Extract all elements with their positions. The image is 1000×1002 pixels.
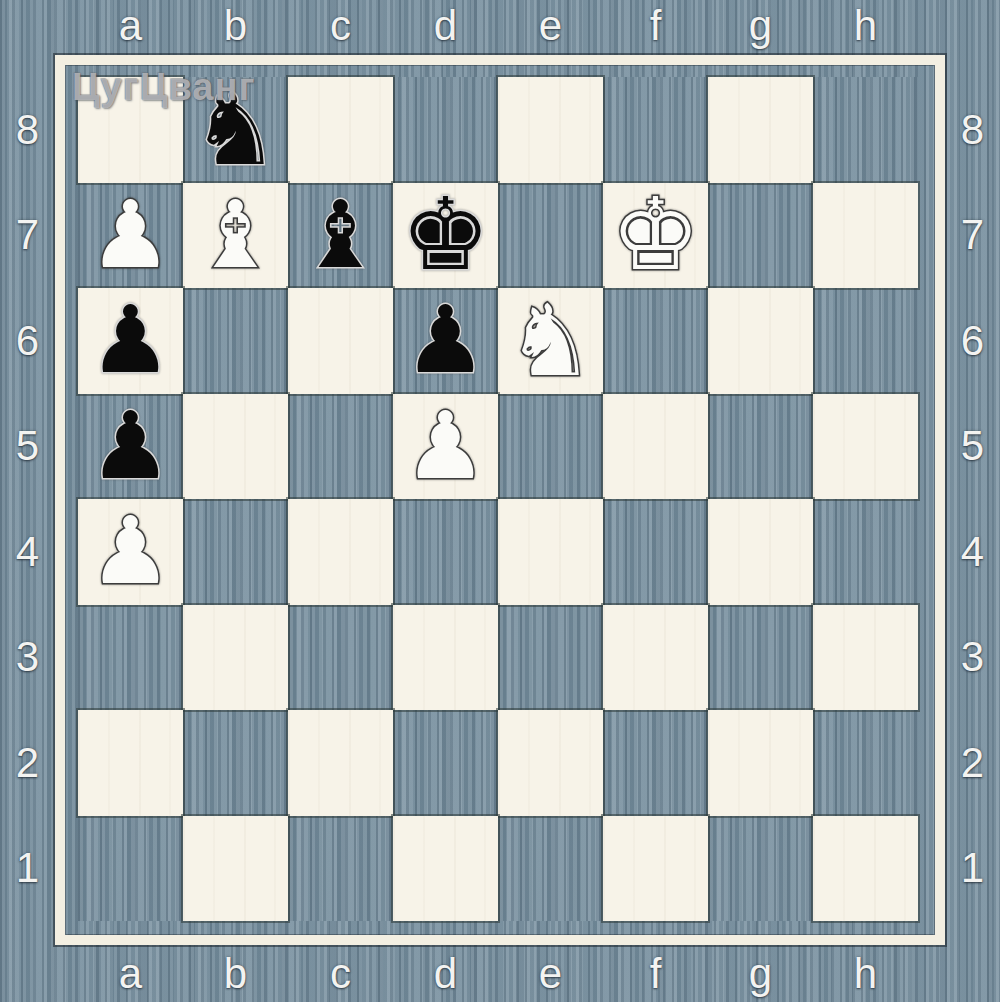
piece-black-pawn: ♟ bbox=[404, 294, 487, 387]
square-f4[interactable] bbox=[603, 499, 708, 605]
square-e8[interactable] bbox=[498, 77, 603, 183]
square-g2[interactable] bbox=[708, 710, 813, 816]
square-c6[interactable] bbox=[288, 288, 393, 394]
square-d3[interactable] bbox=[393, 605, 498, 711]
rank-label-right-5: 5 bbox=[945, 394, 1000, 500]
watermark-text: ЦугЦванг bbox=[72, 66, 255, 109]
square-d4[interactable] bbox=[393, 499, 498, 605]
rank-label-right-2: 2 bbox=[945, 710, 1000, 816]
chess-board: ♞♟♝♝♚♚♟♟♞♟♟♟ bbox=[78, 77, 918, 921]
rank-label-right-6: 6 bbox=[945, 288, 1000, 394]
square-d7[interactable]: ♚ bbox=[393, 183, 498, 289]
square-c7[interactable]: ♝ bbox=[288, 183, 393, 289]
square-d2[interactable] bbox=[393, 710, 498, 816]
rank-labels-right: 87654321 bbox=[945, 77, 1000, 921]
square-b4[interactable] bbox=[183, 499, 288, 605]
square-e1[interactable] bbox=[498, 816, 603, 922]
square-c5[interactable] bbox=[288, 394, 393, 500]
file-label-top-b: b bbox=[183, 0, 288, 52]
square-g8[interactable] bbox=[708, 77, 813, 183]
rank-label-right-7: 7 bbox=[945, 183, 1000, 289]
square-g6[interactable] bbox=[708, 288, 813, 394]
square-c2[interactable] bbox=[288, 710, 393, 816]
piece-white-pawn: ♟ bbox=[89, 505, 172, 598]
square-a3[interactable] bbox=[78, 605, 183, 711]
square-a7[interactable]: ♟ bbox=[78, 183, 183, 289]
file-label-top-h: h bbox=[813, 0, 918, 52]
square-h7[interactable] bbox=[813, 183, 918, 289]
square-h3[interactable] bbox=[813, 605, 918, 711]
square-f6[interactable] bbox=[603, 288, 708, 394]
square-e6[interactable]: ♞ bbox=[498, 288, 603, 394]
file-label-bottom-h: h bbox=[813, 945, 918, 1002]
file-labels-bottom: abcdefgh bbox=[78, 945, 918, 1002]
file-label-top-a: a bbox=[78, 0, 183, 52]
rank-label-right-8: 8 bbox=[945, 77, 1000, 183]
square-e7[interactable] bbox=[498, 183, 603, 289]
square-f1[interactable] bbox=[603, 816, 708, 922]
rank-label-left-3: 3 bbox=[0, 605, 55, 711]
square-b1[interactable] bbox=[183, 816, 288, 922]
square-d6[interactable]: ♟ bbox=[393, 288, 498, 394]
square-f3[interactable] bbox=[603, 605, 708, 711]
square-f5[interactable] bbox=[603, 394, 708, 500]
square-d8[interactable] bbox=[393, 77, 498, 183]
square-c8[interactable] bbox=[288, 77, 393, 183]
square-a4[interactable]: ♟ bbox=[78, 499, 183, 605]
file-label-top-e: e bbox=[498, 0, 603, 52]
square-h2[interactable] bbox=[813, 710, 918, 816]
file-labels-top: abcdefgh bbox=[78, 0, 918, 52]
square-c3[interactable] bbox=[288, 605, 393, 711]
square-f2[interactable] bbox=[603, 710, 708, 816]
piece-black-pawn: ♟ bbox=[89, 400, 172, 493]
square-h6[interactable] bbox=[813, 288, 918, 394]
square-h8[interactable] bbox=[813, 77, 918, 183]
piece-black-pawn: ♟ bbox=[89, 294, 172, 387]
rank-label-left-5: 5 bbox=[0, 394, 55, 500]
rank-label-left-6: 6 bbox=[0, 288, 55, 394]
piece-white-bishop: ♝ bbox=[194, 189, 277, 282]
square-g5[interactable] bbox=[708, 394, 813, 500]
square-b7[interactable]: ♝ bbox=[183, 183, 288, 289]
piece-white-pawn: ♟ bbox=[404, 400, 487, 493]
file-label-bottom-e: e bbox=[498, 945, 603, 1002]
rank-label-right-4: 4 bbox=[945, 499, 1000, 605]
file-label-bottom-d: d bbox=[393, 945, 498, 1002]
square-c4[interactable] bbox=[288, 499, 393, 605]
rank-label-right-3: 3 bbox=[945, 605, 1000, 711]
file-label-bottom-f: f bbox=[603, 945, 708, 1002]
square-e3[interactable] bbox=[498, 605, 603, 711]
square-b3[interactable] bbox=[183, 605, 288, 711]
square-g3[interactable] bbox=[708, 605, 813, 711]
square-e2[interactable] bbox=[498, 710, 603, 816]
rank-label-left-1: 1 bbox=[0, 816, 55, 922]
piece-white-knight: ♞ bbox=[506, 291, 595, 390]
square-b2[interactable] bbox=[183, 710, 288, 816]
square-b6[interactable] bbox=[183, 288, 288, 394]
file-label-top-d: d bbox=[393, 0, 498, 52]
square-g7[interactable] bbox=[708, 183, 813, 289]
square-a6[interactable]: ♟ bbox=[78, 288, 183, 394]
piece-white-king: ♚ bbox=[611, 185, 701, 285]
piece-white-pawn: ♟ bbox=[89, 189, 172, 282]
square-e4[interactable] bbox=[498, 499, 603, 605]
file-label-top-f: f bbox=[603, 0, 708, 52]
square-e5[interactable] bbox=[498, 394, 603, 500]
square-a5[interactable]: ♟ bbox=[78, 394, 183, 500]
square-f8[interactable] bbox=[603, 77, 708, 183]
piece-black-bishop: ♝ bbox=[299, 189, 382, 282]
file-label-top-c: c bbox=[288, 0, 393, 52]
rank-label-right-1: 1 bbox=[945, 816, 1000, 922]
file-label-top-g: g bbox=[708, 0, 813, 52]
square-d1[interactable] bbox=[393, 816, 498, 922]
chessboard-photo: ЦугЦванг abcdefgh abcdefgh 87654321 8765… bbox=[0, 0, 1000, 1002]
square-a2[interactable] bbox=[78, 710, 183, 816]
file-label-bottom-g: g bbox=[708, 945, 813, 1002]
rank-labels-left: 87654321 bbox=[0, 77, 55, 921]
rank-label-left-8: 8 bbox=[0, 77, 55, 183]
square-a1[interactable] bbox=[78, 816, 183, 922]
square-g4[interactable] bbox=[708, 499, 813, 605]
square-h5[interactable] bbox=[813, 394, 918, 500]
square-h4[interactable] bbox=[813, 499, 918, 605]
square-g1[interactable] bbox=[708, 816, 813, 922]
piece-black-king: ♚ bbox=[401, 185, 491, 285]
square-f7[interactable]: ♚ bbox=[603, 183, 708, 289]
file-label-bottom-a: a bbox=[78, 945, 183, 1002]
square-h1[interactable] bbox=[813, 816, 918, 922]
square-d5[interactable]: ♟ bbox=[393, 394, 498, 500]
square-c1[interactable] bbox=[288, 816, 393, 922]
rank-label-left-7: 7 bbox=[0, 183, 55, 289]
file-label-bottom-b: b bbox=[183, 945, 288, 1002]
rank-label-left-4: 4 bbox=[0, 499, 55, 605]
file-label-bottom-c: c bbox=[288, 945, 393, 1002]
square-b5[interactable] bbox=[183, 394, 288, 500]
rank-label-left-2: 2 bbox=[0, 710, 55, 816]
